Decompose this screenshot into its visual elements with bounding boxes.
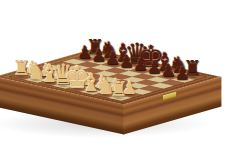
rook-icon: ♜: [110, 79, 129, 100]
pawn-icon: ♟: [174, 65, 189, 82]
photo-canvas: ♜♞♝♛♚♝♞♜♟♟♟♟♟♟♟♟♟♟♟♟♟♟♟♟♜♞♝♛♚♝♞♜: [0, 0, 225, 150]
square-h1: ♜: [107, 95, 131, 101]
